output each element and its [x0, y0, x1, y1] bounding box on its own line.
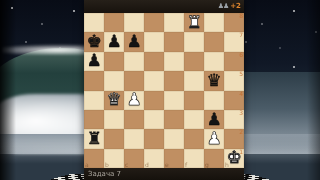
black-pawn[interactable]: ♟ — [206, 111, 221, 129]
square-c4[interactable]: ♟ — [124, 91, 144, 110]
rank-label-2: 2 — [239, 129, 243, 135]
square-e8[interactable] — [164, 13, 184, 32]
square-e2[interactable] — [164, 129, 184, 148]
square-g5[interactable]: ♛ — [204, 71, 224, 90]
rank-label-1: 1 — [239, 149, 243, 155]
square-c7[interactable]: ♟ — [124, 32, 144, 51]
square-g7[interactable] — [204, 32, 224, 51]
file-label-a: a — [85, 162, 89, 168]
chess-app-window: ♟♟ +2 ♜8♚♟♟7♟6♛5♛♟4♟3♜♟2abcdefg1h♚ Задач… — [84, 0, 244, 180]
black-pawn[interactable]: ♟ — [126, 33, 141, 51]
square-b6[interactable] — [104, 52, 124, 71]
rank-label-6: 6 — [239, 52, 243, 58]
black-king[interactable]: ♚ — [86, 33, 101, 51]
file-label-e: e — [165, 162, 169, 168]
white-queen[interactable]: ♛ — [106, 91, 121, 109]
players-icon[interactable]: ♟♟ — [218, 3, 229, 10]
square-d3[interactable] — [144, 110, 164, 129]
file-label-c: c — [125, 162, 128, 168]
square-f2[interactable] — [184, 129, 204, 148]
square-f6[interactable] — [184, 52, 204, 71]
square-h5[interactable]: 5 — [224, 71, 244, 90]
square-a6[interactable]: ♟ — [84, 52, 104, 71]
square-g1[interactable]: g — [204, 149, 224, 168]
square-d6[interactable] — [144, 52, 164, 71]
square-d5[interactable] — [144, 71, 164, 90]
rank-label-4: 4 — [239, 91, 243, 97]
square-a3[interactable] — [84, 110, 104, 129]
square-g6[interactable] — [204, 52, 224, 71]
square-a5[interactable] — [84, 71, 104, 90]
square-b7[interactable]: ♟ — [104, 32, 124, 51]
square-b4[interactable]: ♛ — [104, 91, 124, 110]
square-e4[interactable] — [164, 91, 184, 110]
rank-label-3: 3 — [239, 110, 243, 116]
square-h4[interactable]: 4 — [224, 91, 244, 110]
square-d7[interactable] — [144, 32, 164, 51]
rank-label-5: 5 — [239, 71, 243, 77]
square-b1[interactable]: b — [104, 149, 124, 168]
square-a4[interactable] — [84, 91, 104, 110]
square-e6[interactable] — [164, 52, 184, 71]
file-label-f: f — [185, 162, 187, 168]
square-f5[interactable] — [184, 71, 204, 90]
file-label-d: d — [145, 162, 149, 168]
square-c2[interactable] — [124, 129, 144, 148]
square-b3[interactable] — [104, 110, 124, 129]
square-a8[interactable] — [84, 13, 104, 32]
square-b8[interactable] — [104, 13, 124, 32]
square-b5[interactable] — [104, 71, 124, 90]
rank-label-8: 8 — [239, 13, 243, 19]
square-a1[interactable]: a — [84, 149, 104, 168]
square-f4[interactable] — [184, 91, 204, 110]
file-label-b: b — [105, 162, 109, 168]
white-pawn[interactable]: ♟ — [126, 91, 141, 109]
square-g2[interactable]: ♟ — [204, 129, 224, 148]
square-f7[interactable] — [184, 32, 204, 51]
square-f3[interactable] — [184, 110, 204, 129]
square-h1[interactable]: 1h♚ — [224, 149, 244, 168]
file-label-h: h — [225, 162, 229, 168]
file-label-g: g — [205, 162, 209, 168]
square-g3[interactable]: ♟ — [204, 110, 224, 129]
square-e1[interactable]: e — [164, 149, 184, 168]
square-e5[interactable] — [164, 71, 184, 90]
square-b2[interactable] — [104, 129, 124, 148]
square-g4[interactable] — [204, 91, 224, 110]
square-f8[interactable]: ♜ — [184, 13, 204, 32]
square-f1[interactable]: f — [184, 149, 204, 168]
square-c6[interactable] — [124, 52, 144, 71]
square-c3[interactable] — [124, 110, 144, 129]
square-h7[interactable]: 7 — [224, 32, 244, 51]
top-bar: ♟♟ +2 — [84, 0, 244, 13]
square-a7[interactable]: ♚ — [84, 32, 104, 51]
square-h8[interactable]: 8 — [224, 13, 244, 32]
square-e7[interactable] — [164, 32, 184, 51]
black-rook[interactable]: ♜ — [86, 130, 101, 148]
bottom-bar: Задача 7 — [84, 168, 244, 180]
square-e3[interactable] — [164, 110, 184, 129]
square-c5[interactable] — [124, 71, 144, 90]
chess-board[interactable]: ♜8♚♟♟7♟6♛5♛♟4♟3♜♟2abcdefg1h♚ — [84, 13, 244, 168]
black-pawn[interactable]: ♟ — [106, 33, 121, 51]
square-d2[interactable] — [144, 129, 164, 148]
puzzle-title: Задача 7 — [88, 171, 121, 178]
square-c8[interactable] — [124, 13, 144, 32]
square-a2[interactable]: ♜ — [84, 129, 104, 148]
black-queen[interactable]: ♛ — [206, 72, 221, 90]
players-count-badge[interactable]: +2 — [230, 3, 241, 10]
rank-label-7: 7 — [239, 32, 243, 38]
square-h2[interactable]: 2 — [224, 129, 244, 148]
white-pawn[interactable]: ♟ — [206, 130, 221, 148]
square-d1[interactable]: d — [144, 149, 164, 168]
black-pawn[interactable]: ♟ — [86, 52, 101, 70]
square-h6[interactable]: 6 — [224, 52, 244, 71]
square-h3[interactable]: 3 — [224, 110, 244, 129]
square-g8[interactable] — [204, 13, 224, 32]
square-c1[interactable]: c — [124, 149, 144, 168]
square-d4[interactable] — [144, 91, 164, 110]
square-d8[interactable] — [144, 13, 164, 32]
white-rook[interactable]: ♜ — [186, 14, 201, 32]
